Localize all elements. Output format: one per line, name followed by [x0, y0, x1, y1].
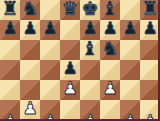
piece-black-king[interactable]: ♚: [80, 0, 100, 18]
piece-black-pawn[interactable]: ♟: [20, 18, 40, 38]
piece-white-pawn[interactable]: ♟: [100, 78, 120, 98]
square-c7[interactable]: ♟: [40, 20, 60, 40]
piece-black-pawn[interactable]: ♟: [120, 18, 140, 38]
square-b8[interactable]: ♞: [20, 0, 40, 20]
piece-black-bishop[interactable]: ♝: [80, 38, 100, 58]
square-a8[interactable]: ♜: [0, 0, 20, 20]
piece-black-rook[interactable]: ♜: [0, 0, 20, 18]
square-h4[interactable]: [140, 80, 160, 100]
square-e8[interactable]: ♚: [80, 0, 100, 20]
piece-black-pawn[interactable]: ♟: [140, 18, 160, 38]
square-c6[interactable]: [40, 40, 60, 60]
piece-black-knight[interactable]: ♞: [20, 0, 40, 18]
square-a5[interactable]: [0, 60, 20, 80]
board-edge-right: [158, 0, 160, 120]
square-e4[interactable]: [80, 80, 100, 100]
square-c8[interactable]: [40, 0, 60, 20]
piece-black-rook[interactable]: ♜: [140, 0, 160, 18]
piece-black-bishop[interactable]: ♝: [100, 0, 120, 18]
square-f4[interactable]: ♟: [100, 80, 120, 100]
square-d3[interactable]: [60, 100, 80, 120]
chess-board-grid: ♜♞♛♚♝♜♟♟♟♟♟♟♟♝♞♟♟♟♟♟♟♟♟♟: [0, 0, 160, 120]
square-b5[interactable]: [20, 60, 40, 80]
piece-white-pawn[interactable]: ♟: [20, 98, 40, 118]
square-a4[interactable]: [0, 80, 20, 100]
square-c4[interactable]: [40, 80, 60, 100]
square-g6[interactable]: [120, 40, 140, 60]
square-e5[interactable]: [80, 60, 100, 80]
square-g7[interactable]: ♟: [120, 20, 140, 40]
square-a7[interactable]: ♟: [0, 20, 20, 40]
square-d4[interactable]: ♟: [60, 80, 80, 100]
square-b3[interactable]: ♟: [20, 100, 40, 120]
square-g5[interactable]: [120, 60, 140, 80]
square-f6[interactable]: ♞: [100, 40, 120, 60]
piece-black-pawn[interactable]: ♟: [40, 18, 60, 38]
square-h7[interactable]: ♟: [140, 20, 160, 40]
square-d5[interactable]: ♟: [60, 60, 80, 80]
square-c5[interactable]: [40, 60, 60, 80]
square-e6[interactable]: ♝: [80, 40, 100, 60]
square-b4[interactable]: [20, 80, 40, 100]
square-b7[interactable]: ♟: [20, 20, 40, 40]
square-h8[interactable]: ♜: [140, 0, 160, 20]
square-b6[interactable]: [20, 40, 40, 60]
square-g8[interactable]: [120, 0, 140, 20]
square-g4[interactable]: [120, 80, 140, 100]
square-f3[interactable]: [100, 100, 120, 120]
chess-board: ♜♞♛♚♝♜♟♟♟♟♟♟♟♝♞♟♟♟♟♟♟♟♟♟: [0, 0, 160, 120]
square-h6[interactable]: [140, 40, 160, 60]
square-a6[interactable]: [0, 40, 20, 60]
square-d8[interactable]: ♛: [60, 0, 80, 20]
square-d6[interactable]: [60, 40, 80, 60]
piece-black-knight[interactable]: ♞: [100, 38, 120, 58]
square-f5[interactable]: [100, 60, 120, 80]
piece-white-pawn[interactable]: ♟: [60, 78, 80, 98]
piece-black-pawn[interactable]: ♟: [0, 18, 20, 38]
board-edge-bottom: [0, 119, 160, 121]
square-f8[interactable]: ♝: [100, 0, 120, 20]
piece-black-queen[interactable]: ♛: [60, 0, 80, 18]
piece-black-pawn[interactable]: ♟: [100, 18, 120, 38]
piece-black-pawn[interactable]: ♟: [80, 18, 100, 38]
piece-black-pawn[interactable]: ♟: [60, 58, 80, 78]
square-d7[interactable]: [60, 20, 80, 40]
square-h5[interactable]: [140, 60, 160, 80]
